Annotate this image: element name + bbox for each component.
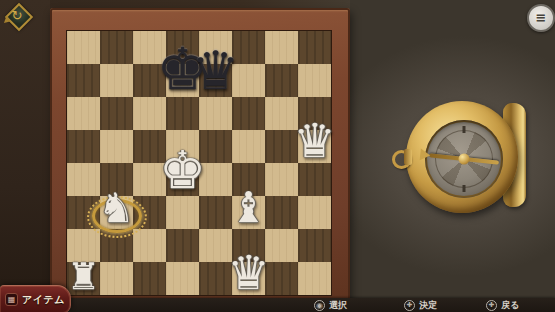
stick-icon bbox=[314, 300, 325, 311]
confirm-button-icon bbox=[404, 300, 415, 311]
white-bishop[interactable]: ♝ bbox=[230, 189, 268, 228]
white-king[interactable]: ♚ bbox=[159, 147, 206, 195]
control-confirm-label: 決定 bbox=[419, 299, 437, 312]
compass-north-tick bbox=[463, 126, 466, 133]
black-queen[interactable]: ♛ bbox=[192, 47, 240, 96]
back-button-icon bbox=[486, 300, 497, 311]
ornament-badge-icon[interactable]: ↻ bbox=[4, 3, 30, 29]
compass-south-tick bbox=[463, 185, 466, 192]
control-select: 選択 bbox=[314, 298, 347, 312]
item-grid-icon: ▦ bbox=[5, 293, 18, 306]
pieces-layer: ♚♛♛♚♞♝♛♜ bbox=[67, 31, 331, 295]
compass-face bbox=[425, 120, 503, 198]
bottom-bar: 選択 決定 戻る bbox=[0, 298, 555, 312]
menu-icon[interactable]: ≡ bbox=[527, 4, 555, 32]
white-queen[interactable]: ♛ bbox=[227, 251, 269, 294]
white-knight-selected[interactable]: ♞ bbox=[98, 190, 135, 228]
control-confirm: 決定 bbox=[404, 298, 437, 312]
game-screen: ♚♛♛♚♞♝♛♜ ↻ ≡ 選択 決定 戻る ▦ アイテム bbox=[0, 0, 555, 312]
control-back: 戻る bbox=[486, 298, 519, 312]
white-rook[interactable]: ♜ bbox=[67, 260, 100, 294]
chess-board: ♚♛♛♚♞♝♛♜ bbox=[67, 31, 331, 295]
item-button-label: アイテム bbox=[22, 293, 65, 307]
white-queen[interactable]: ♛ bbox=[293, 119, 335, 162]
table-surface-left bbox=[0, 0, 50, 312]
compass-crown bbox=[392, 146, 412, 168]
item-button[interactable]: ▦ アイテム bbox=[0, 285, 71, 312]
chess-board-frame: ♚♛♛♚♞♝♛♜ bbox=[50, 8, 350, 303]
compass-pivot bbox=[459, 154, 470, 165]
pocket-compass bbox=[404, 99, 534, 225]
compass-body bbox=[406, 101, 518, 213]
control-back-label: 戻る bbox=[501, 299, 519, 312]
control-select-label: 選択 bbox=[329, 299, 347, 312]
